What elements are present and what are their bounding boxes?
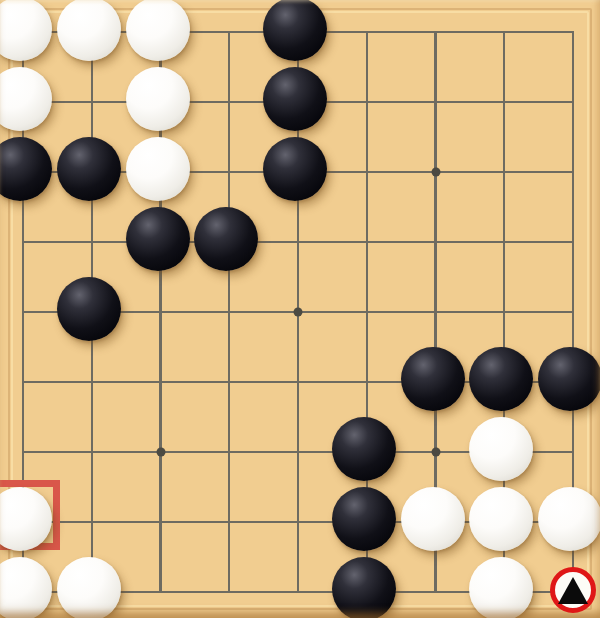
board-grid[interactable] xyxy=(22,31,574,593)
go-board xyxy=(0,0,600,618)
